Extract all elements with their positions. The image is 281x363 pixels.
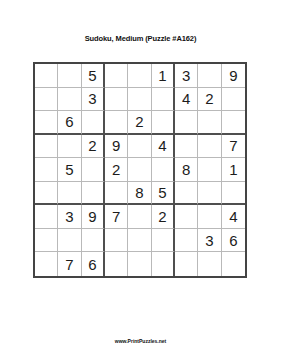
cell-r5c5 bbox=[128, 158, 151, 182]
page-title: Sudoku, Medium (Puzzle #A162) bbox=[0, 34, 281, 43]
cell-r1c5 bbox=[128, 64, 151, 88]
cell-r1c8 bbox=[198, 64, 221, 88]
cell-r8c3 bbox=[82, 229, 105, 253]
cell-r6c1 bbox=[35, 182, 58, 206]
cell-r3c6 bbox=[152, 111, 175, 135]
cell-r5c8 bbox=[198, 158, 221, 182]
cell-r8c6 bbox=[152, 229, 175, 253]
cell-r9c5 bbox=[128, 252, 151, 276]
cell-r1c2 bbox=[58, 64, 81, 88]
cell-r2c7: 4 bbox=[175, 88, 198, 112]
cell-r5c1 bbox=[35, 158, 58, 182]
cell-r6c3 bbox=[82, 182, 105, 206]
cell-r2c2 bbox=[58, 88, 81, 112]
cell-r5c2: 5 bbox=[58, 158, 81, 182]
cell-r8c9: 6 bbox=[222, 229, 245, 253]
cell-r2c8: 2 bbox=[198, 88, 221, 112]
cell-r9c4 bbox=[105, 252, 128, 276]
cell-r4c2 bbox=[58, 135, 81, 159]
cell-r3c9 bbox=[222, 111, 245, 135]
cell-r9c3: 6 bbox=[82, 252, 105, 276]
cell-r5c4: 2 bbox=[105, 158, 128, 182]
cell-r6c7 bbox=[175, 182, 198, 206]
cell-r4c3: 2 bbox=[82, 135, 105, 159]
cell-r8c7 bbox=[175, 229, 198, 253]
cell-r7c8 bbox=[198, 205, 221, 229]
cell-r2c9 bbox=[222, 88, 245, 112]
cell-r7c9: 4 bbox=[222, 205, 245, 229]
cell-r7c4: 7 bbox=[105, 205, 128, 229]
cell-r1c1 bbox=[35, 64, 58, 88]
cell-r5c6 bbox=[152, 158, 175, 182]
cell-r6c6: 5 bbox=[152, 182, 175, 206]
cell-r7c3: 9 bbox=[82, 205, 105, 229]
cell-r9c6 bbox=[152, 252, 175, 276]
cell-r9c2: 7 bbox=[58, 252, 81, 276]
sudoku-grid: 5139342622947528185397243676 bbox=[33, 62, 247, 278]
cell-r7c6: 2 bbox=[152, 205, 175, 229]
cell-r1c6: 1 bbox=[152, 64, 175, 88]
cell-r3c7 bbox=[175, 111, 198, 135]
cell-r7c5 bbox=[128, 205, 151, 229]
cell-r1c7: 3 bbox=[175, 64, 198, 88]
cell-r4c1 bbox=[35, 135, 58, 159]
cell-r5c9: 1 bbox=[222, 158, 245, 182]
cell-r1c4 bbox=[105, 64, 128, 88]
cell-r3c8 bbox=[198, 111, 221, 135]
cell-r6c5: 8 bbox=[128, 182, 151, 206]
cell-r1c3: 5 bbox=[82, 64, 105, 88]
cell-r7c1 bbox=[35, 205, 58, 229]
cell-r4c6: 4 bbox=[152, 135, 175, 159]
cell-r3c4 bbox=[105, 111, 128, 135]
cell-r9c1 bbox=[35, 252, 58, 276]
cell-r4c5 bbox=[128, 135, 151, 159]
cell-r3c2: 6 bbox=[58, 111, 81, 135]
cell-r6c2 bbox=[58, 182, 81, 206]
cell-r8c5 bbox=[128, 229, 151, 253]
cell-r8c8: 3 bbox=[198, 229, 221, 253]
cell-r7c7 bbox=[175, 205, 198, 229]
cell-r6c8 bbox=[198, 182, 221, 206]
cell-r2c4 bbox=[105, 88, 128, 112]
cell-r4c9: 7 bbox=[222, 135, 245, 159]
cell-r6c4 bbox=[105, 182, 128, 206]
cell-r4c7 bbox=[175, 135, 198, 159]
cell-r2c6 bbox=[152, 88, 175, 112]
cell-r8c2 bbox=[58, 229, 81, 253]
cell-r8c1 bbox=[35, 229, 58, 253]
cell-r4c8 bbox=[198, 135, 221, 159]
footer-url: www.PrintPuzzles.net bbox=[0, 338, 281, 344]
cell-r2c1 bbox=[35, 88, 58, 112]
cell-r5c3 bbox=[82, 158, 105, 182]
cell-r9c8 bbox=[198, 252, 221, 276]
cell-r7c2: 3 bbox=[58, 205, 81, 229]
cell-r3c5: 2 bbox=[128, 111, 151, 135]
cell-r9c7 bbox=[175, 252, 198, 276]
cell-r6c9 bbox=[222, 182, 245, 206]
cell-r2c3: 3 bbox=[82, 88, 105, 112]
cell-r5c7: 8 bbox=[175, 158, 198, 182]
cell-r8c4 bbox=[105, 229, 128, 253]
cell-r3c3 bbox=[82, 111, 105, 135]
cell-r9c9 bbox=[222, 252, 245, 276]
cell-r1c9: 9 bbox=[222, 64, 245, 88]
cell-r4c4: 9 bbox=[105, 135, 128, 159]
cell-r3c1 bbox=[35, 111, 58, 135]
cell-r2c5 bbox=[128, 88, 151, 112]
